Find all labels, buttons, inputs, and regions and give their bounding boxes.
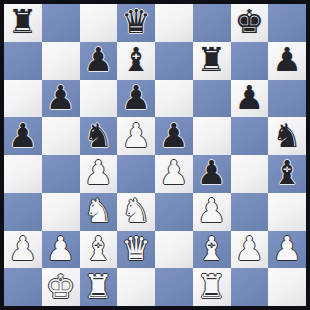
square-h3[interactable] [268, 193, 306, 231]
piece-white-rook[interactable]: ♜ [84, 270, 114, 303]
piece-white-pawn[interactable]: ♟ [46, 232, 76, 265]
piece-white-pawn[interactable]: ♟ [197, 194, 227, 227]
piece-black-pawn[interactable]: ♟ [197, 156, 227, 189]
piece-black-pawn[interactable]: ♟ [8, 119, 38, 152]
square-f6[interactable] [193, 80, 231, 118]
square-e7[interactable] [155, 42, 193, 80]
square-a2[interactable]: ♟ [4, 231, 42, 269]
piece-black-pawn[interactable]: ♟ [46, 81, 76, 114]
piece-black-pawn[interactable]: ♟ [235, 81, 265, 114]
square-h1[interactable] [268, 268, 306, 306]
piece-black-pawn[interactable]: ♟ [159, 119, 189, 152]
piece-black-rook[interactable]: ♜ [197, 43, 227, 76]
square-g1[interactable] [231, 268, 269, 306]
square-d5[interactable]: ♟ [117, 117, 155, 155]
piece-white-rook[interactable]: ♜ [197, 270, 227, 303]
piece-black-king[interactable]: ♚ [235, 5, 265, 38]
square-c1[interactable]: ♜ [80, 268, 118, 306]
piece-black-knight[interactable]: ♞ [272, 119, 302, 152]
square-c8[interactable] [80, 4, 118, 42]
square-f1[interactable]: ♜ [193, 268, 231, 306]
square-e1[interactable] [155, 268, 193, 306]
square-g7[interactable] [231, 42, 269, 80]
square-c7[interactable]: ♟ [80, 42, 118, 80]
square-f7[interactable]: ♜ [193, 42, 231, 80]
square-b3[interactable] [42, 193, 80, 231]
square-d7[interactable]: ♝ [117, 42, 155, 80]
square-h6[interactable] [268, 80, 306, 118]
square-b1[interactable]: ♚ [42, 268, 80, 306]
square-h5[interactable]: ♞ [268, 117, 306, 155]
piece-black-knight[interactable]: ♞ [84, 119, 114, 152]
piece-black-bishop[interactable]: ♝ [272, 156, 302, 189]
piece-black-rook[interactable]: ♜ [8, 5, 38, 38]
piece-black-bishop[interactable]: ♝ [121, 43, 151, 76]
square-h4[interactable]: ♝ [268, 155, 306, 193]
square-f4[interactable]: ♟ [193, 155, 231, 193]
square-a4[interactable] [4, 155, 42, 193]
chess-board-frame: ♜♛♚♟♝♜♟♟♟♟♟♞♟♟♞♟♟♟♝♞♞♟♟♟♝♛♝♟♟♚♜♜ [0, 0, 310, 310]
square-b2[interactable]: ♟ [42, 231, 80, 269]
square-e4[interactable]: ♟ [155, 155, 193, 193]
square-f8[interactable] [193, 4, 231, 42]
piece-white-pawn[interactable]: ♟ [235, 232, 265, 265]
piece-white-king[interactable]: ♚ [46, 270, 76, 303]
square-g2[interactable]: ♟ [231, 231, 269, 269]
square-e5[interactable]: ♟ [155, 117, 193, 155]
square-g3[interactable] [231, 193, 269, 231]
square-c6[interactable] [80, 80, 118, 118]
piece-black-pawn[interactable]: ♟ [84, 43, 114, 76]
piece-white-queen[interactable]: ♛ [121, 232, 151, 265]
piece-white-bishop[interactable]: ♝ [197, 232, 227, 265]
square-c5[interactable]: ♞ [80, 117, 118, 155]
square-g6[interactable]: ♟ [231, 80, 269, 118]
square-e3[interactable] [155, 193, 193, 231]
square-f5[interactable] [193, 117, 231, 155]
piece-white-pawn[interactable]: ♟ [272, 232, 302, 265]
square-a8[interactable]: ♜ [4, 4, 42, 42]
chess-board: ♜♛♚♟♝♜♟♟♟♟♟♞♟♟♞♟♟♟♝♞♞♟♟♟♝♛♝♟♟♚♜♜ [4, 4, 306, 306]
square-b6[interactable]: ♟ [42, 80, 80, 118]
square-g5[interactable] [231, 117, 269, 155]
square-e8[interactable] [155, 4, 193, 42]
square-f2[interactable]: ♝ [193, 231, 231, 269]
square-c2[interactable]: ♝ [80, 231, 118, 269]
square-a1[interactable] [4, 268, 42, 306]
square-b8[interactable] [42, 4, 80, 42]
square-a5[interactable]: ♟ [4, 117, 42, 155]
square-c4[interactable]: ♟ [80, 155, 118, 193]
square-h8[interactable] [268, 4, 306, 42]
piece-black-pawn[interactable]: ♟ [121, 81, 151, 114]
piece-black-queen[interactable]: ♛ [121, 5, 151, 38]
piece-white-pawn[interactable]: ♟ [159, 156, 189, 189]
piece-black-pawn[interactable]: ♟ [272, 43, 302, 76]
square-h7[interactable]: ♟ [268, 42, 306, 80]
square-a3[interactable] [4, 193, 42, 231]
piece-white-knight[interactable]: ♞ [121, 194, 151, 227]
square-g8[interactable]: ♚ [231, 4, 269, 42]
square-g4[interactable] [231, 155, 269, 193]
piece-white-knight[interactable]: ♞ [84, 194, 114, 227]
square-a7[interactable] [4, 42, 42, 80]
piece-white-pawn[interactable]: ♟ [84, 156, 114, 189]
piece-white-pawn[interactable]: ♟ [121, 119, 151, 152]
square-d4[interactable] [117, 155, 155, 193]
piece-white-pawn[interactable]: ♟ [8, 232, 38, 265]
square-d3[interactable]: ♞ [117, 193, 155, 231]
square-h2[interactable]: ♟ [268, 231, 306, 269]
piece-white-bishop[interactable]: ♝ [84, 232, 114, 265]
square-c3[interactable]: ♞ [80, 193, 118, 231]
square-b5[interactable] [42, 117, 80, 155]
square-d2[interactable]: ♛ [117, 231, 155, 269]
square-d8[interactable]: ♛ [117, 4, 155, 42]
square-d6[interactable]: ♟ [117, 80, 155, 118]
square-a6[interactable] [4, 80, 42, 118]
square-e6[interactable] [155, 80, 193, 118]
square-d1[interactable] [117, 268, 155, 306]
square-f3[interactable]: ♟ [193, 193, 231, 231]
square-b7[interactable] [42, 42, 80, 80]
square-e2[interactable] [155, 231, 193, 269]
square-b4[interactable] [42, 155, 80, 193]
